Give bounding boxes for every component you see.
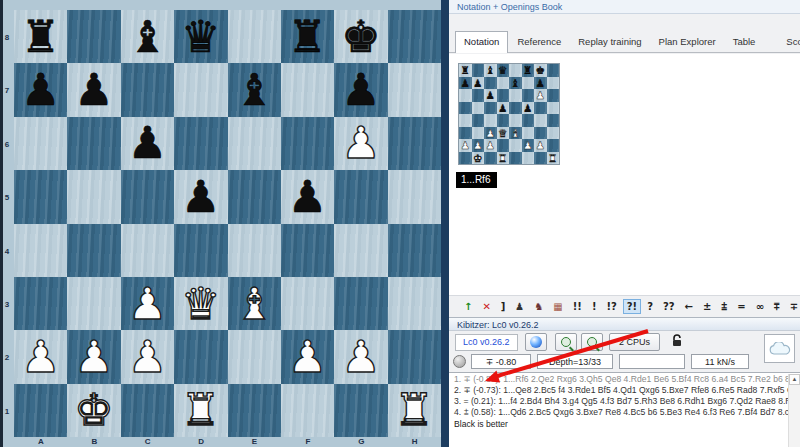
black-king[interactable]: ♚ [341,15,380,59]
square-e7[interactable]: ♝ [228,63,281,116]
square-c4[interactable] [121,224,174,277]
file-label-A: A [14,437,68,446]
annotation-icon-11[interactable]: ?? [660,300,678,313]
white-pawn: ♟ [473,140,482,151]
notation-content[interactable]: ♜♝♛♜♚♟♟♝♟♟♟♟♟♟♛♝♟♟♟♟♟♚♜♜ 1...Rf6 [449,54,800,295]
rank-label-4: 4 [0,247,14,256]
white-bishop[interactable]: ♝ [234,282,273,326]
square-g8: ♚ [534,64,547,77]
square-f2: ♟ [522,139,535,152]
square-h5 [547,102,560,115]
square-b1: ♚ [472,152,485,165]
black-king: ♚ [536,65,545,76]
square-f6[interactable] [281,117,334,170]
white-rook: ♜ [548,153,557,164]
white-pawn: ♟ [486,140,495,151]
white-pawn[interactable]: ♟ [128,282,167,326]
annotation-icon-17[interactable]: ⩱ [771,300,783,314]
black-rook[interactable]: ♜ [21,15,60,59]
black-pawn: ♟ [461,78,470,89]
speed-box: 11 kN/s [691,354,749,369]
black-pawn: ♟ [498,103,507,114]
tab-strip: NotationReferenceReplay trainingPlan Exp… [449,14,800,53]
black-pawn[interactable]: ♟ [181,175,220,219]
white-pawn[interactable]: ♟ [288,335,327,379]
square-b4 [472,114,485,127]
square-d6[interactable] [174,117,227,170]
engine-line-2[interactable]: 2. ∓ (-0.73): 1...Qe8 2.Bc5 f4 3.Rde1 Bf… [449,384,800,395]
square-h7[interactable] [388,63,441,116]
chessbase-window: { "game": "chess", "position": "r1bq1rk1… [0,0,800,447]
engine-cloud-button[interactable] [764,334,795,363]
magnifier-icon [587,337,597,347]
file-label-E: E [228,437,282,446]
square-b3[interactable] [67,277,120,330]
white-king[interactable]: ♚ [74,388,113,432]
black-pawn[interactable]: ♟ [21,68,60,112]
current-move-badge[interactable]: 1...Rf6 [456,172,497,188]
square-f8: ♜ [522,64,535,77]
square-e6[interactable] [228,117,281,170]
annotation-icon-8[interactable]: !? [603,300,619,313]
file-label-C: C [121,437,175,446]
square-e3: ♝ [509,127,522,140]
magnifier-icon [561,337,571,347]
square-d4 [497,114,510,127]
square-d8: ♛ [497,64,510,77]
square-d4[interactable] [174,224,227,277]
engine-sphere-icon [530,336,542,348]
annotation-icon-2[interactable]: ] [498,300,509,313]
square-g1 [534,152,547,165]
square-e8[interactable] [228,10,281,63]
square-a6[interactable] [14,117,67,170]
square-c3: ♟ [484,127,497,140]
square-f2[interactable]: ♟ [281,330,334,383]
square-b5[interactable] [67,170,120,223]
square-h3[interactable] [388,277,441,330]
white-pawn: ♟ [461,140,470,151]
annotation-icon-12[interactable]: ← [682,300,696,313]
engine-line-4[interactable]: 4. ⩲ (0.58): 1...Qd6 2.Bc5 Qxg6 3.Bxe7 R… [449,406,800,418]
square-b6[interactable] [67,117,120,170]
square-e1 [509,152,522,165]
square-g4[interactable] [334,224,387,277]
engine-name-tab[interactable]: Lc0 v0.26.2 [455,334,518,351]
square-a3 [459,127,472,140]
notation-diagram-board: ♜♝♛♜♚♟♟♝♟♟♟♟♟♟♛♝♟♟♟♟♟♚♜♜ [458,63,560,165]
square-f4 [522,114,535,127]
square-d7[interactable] [174,63,227,116]
square-a5[interactable] [14,170,67,223]
square-f1[interactable] [281,384,334,437]
annotation-icon-7[interactable]: ! [589,300,600,313]
square-c3[interactable]: ♟ [121,277,174,330]
square-g1[interactable] [334,384,387,437]
square-c2[interactable]: ♟ [121,330,174,383]
cpu-count-button[interactable]: 2 CPUs [609,333,660,351]
white-pawn[interactable]: ♟ [21,335,60,379]
black-bishop[interactable]: ♝ [234,68,273,112]
annotation-icon-16[interactable]: ∞ [753,300,767,313]
white-queen[interactable]: ♛ [181,282,220,326]
black-bishop[interactable]: ♝ [128,15,167,59]
black-pawn[interactable]: ♟ [288,175,327,219]
square-f7[interactable] [281,63,334,116]
square-a2: ♟ [459,139,472,152]
black-rook: ♜ [461,65,470,76]
square-a8[interactable]: ♜ [14,10,67,63]
square-f8[interactable]: ♜ [281,10,334,63]
lock-icon[interactable] [671,334,683,352]
square-f7 [522,77,535,90]
square-c5[interactable] [121,170,174,223]
rank-label-6: 6 [0,140,14,149]
square-g2: ♟ [534,139,547,152]
square-a6 [459,89,472,102]
square-h8[interactable] [388,10,441,63]
square-d8[interactable]: ♛ [174,10,227,63]
annotation-icon-5[interactable]: ▦ [550,300,565,313]
black-queen[interactable]: ♛ [181,15,220,59]
square-f3 [522,127,535,140]
white-bishop: ♝ [511,128,520,139]
notation-panel: Notation + Openings Book NotationReferen… [449,0,800,447]
engine-scrollbar[interactable]: ▲ [788,374,800,447]
black-pawn[interactable]: ♟ [341,68,380,112]
black-rook: ♜ [523,65,532,76]
window-edge [0,0,3,447]
engine-line-1[interactable]: 1. ∓ (-0.80): 1...Rf6 2.Qe2 Rxg6 3.Qh5 Q… [449,373,800,384]
square-h5[interactable] [388,170,441,223]
square-e7: ♝ [509,77,522,90]
square-a7[interactable]: ♟ [14,63,67,116]
square-f5: ♟ [522,102,535,115]
annotation-icon-18[interactable]: ∓ [787,300,800,313]
square-d1[interactable]: ♜ [174,384,227,437]
white-rook[interactable]: ♜ [395,388,434,432]
black-queen: ♛ [498,65,507,76]
engine-status-led[interactable] [453,355,466,368]
annotation-icon-14[interactable]: ⩲ [718,300,730,314]
file-label-H: H [388,437,442,446]
tab-plan-explorer[interactable]: Plan Explorer [651,32,724,52]
square-h2 [547,139,560,152]
square-g6: ♟ [534,89,547,102]
annotation-icon-9[interactable]: ?! [624,300,640,313]
evaluation-box: ∓ -0.80 [471,354,531,369]
square-f5[interactable]: ♟ [281,170,334,223]
black-pawn: ♟ [473,78,482,89]
file-label-G: G [334,437,388,446]
white-pawn: ♟ [486,128,495,139]
square-c5 [484,102,497,115]
rank-label-7: 7 [0,86,14,95]
square-a3[interactable] [14,277,67,330]
square-e2[interactable] [228,330,281,383]
black-pawn[interactable]: ♟ [128,121,167,165]
square-h7 [547,77,560,90]
black-pawn: ♟ [523,103,532,114]
annotation-icon-1[interactable]: ✕ [479,300,493,313]
square-g4 [534,114,547,127]
square-h6 [547,89,560,102]
square-d6 [497,89,510,102]
square-e4[interactable] [228,224,281,277]
scroll-up-arrow[interactable]: ▲ [789,374,800,385]
file-label-B: B [67,437,121,446]
square-a1 [459,152,472,165]
square-c7[interactable] [121,63,174,116]
square-b8[interactable] [67,10,120,63]
annotation-icon-15[interactable]: = [734,300,748,313]
square-b3 [472,127,485,140]
square-h4[interactable] [388,224,441,277]
white-pawn[interactable]: ♟ [128,335,167,379]
square-a1[interactable] [14,384,67,437]
white-pawn: ♟ [536,140,545,151]
kibitzer-controls: Lc0 v0.26.2 2 CPUs ∓ -0.80 Depth=13/33 1… [449,332,800,372]
annotation-icon-3[interactable]: ♟ [512,300,527,313]
square-a4 [459,114,472,127]
square-b8 [472,64,485,77]
engine-logo-button[interactable] [525,333,547,351]
square-g5 [534,102,547,115]
file-label-F: F [281,437,335,446]
square-c7 [484,77,497,90]
black-pawn: ♟ [486,90,495,101]
black-pawn: ♟ [536,78,545,89]
annotation-icon-13[interactable]: ± [700,300,714,313]
white-pawn[interactable]: ♟ [74,335,113,379]
square-h4 [547,114,560,127]
square-g7[interactable]: ♟ [334,63,387,116]
square-e6 [509,89,522,102]
square-g7: ♟ [534,77,547,90]
square-g6[interactable]: ♟ [334,117,387,170]
square-h2[interactable] [388,330,441,383]
rank-label-2: 2 [0,353,14,362]
tab-score-sheet[interactable]: Score sheet [778,32,800,52]
square-b6 [472,89,485,102]
white-king: ♚ [473,153,482,164]
black-bishop: ♝ [486,65,495,76]
square-h3 [547,127,560,140]
engine-status-text: Black is better [449,418,800,429]
square-e4 [509,114,522,127]
tab-notation[interactable]: Notation [455,31,508,53]
square-c8: ♝ [484,64,497,77]
cloud-icon [769,342,791,356]
kibitzer-titlebar: Kibitzer: Lc0 v0.26.2 [449,317,800,331]
square-e5[interactable] [228,170,281,223]
square-a7: ♟ [459,77,472,90]
rank-label-3: 3 [0,300,14,309]
square-b7: ♟ [472,77,485,90]
square-f6 [522,89,535,102]
white-queen: ♛ [498,128,507,139]
square-e3[interactable]: ♝ [228,277,281,330]
square-h8 [547,64,560,77]
square-b2[interactable]: ♟ [67,330,120,383]
square-b4[interactable] [67,224,120,277]
white-rook: ♜ [498,153,507,164]
depth-box: Depth=13/33 [537,354,613,369]
annotation-icon-0[interactable]: ↑ [461,300,475,313]
square-h1: ♜ [547,152,560,165]
board-region: ♜♝♛♜♚♟♟♝♟♟♟♟♟♟♛♝♟♟♟♟♟♚♜♜ 87654321 ABCDEF… [0,0,441,447]
tab-reference[interactable]: Reference [509,32,569,52]
analysis-button-2[interactable] [581,333,603,351]
square-f4[interactable] [281,224,334,277]
square-d3: ♛ [497,127,510,140]
square-c1 [484,152,497,165]
square-c1[interactable] [121,384,174,437]
square-b2: ♟ [472,139,485,152]
progress-box [619,354,685,369]
black-bishop: ♝ [511,78,520,89]
square-g8[interactable]: ♚ [334,10,387,63]
square-c2: ♟ [484,139,497,152]
square-g3[interactable] [334,277,387,330]
square-a2[interactable]: ♟ [14,330,67,383]
square-a8: ♜ [459,64,472,77]
white-pawn: ♟ [536,90,545,101]
square-d5[interactable]: ♟ [174,170,227,223]
square-c8[interactable]: ♝ [121,10,174,63]
file-label-D: D [174,437,228,446]
engine-line-3[interactable]: 3. = (0.21): 1...f4 2.Bd4 Bh4 3.g4 Qg5 4… [449,395,800,406]
analysis-button-1[interactable] [555,333,577,351]
square-d1: ♜ [497,152,510,165]
annotation-icon-4[interactable]: ♞ [531,300,546,313]
square-d2[interactable] [174,330,227,383]
square-d3[interactable]: ♛ [174,277,227,330]
square-b1[interactable]: ♚ [67,384,120,437]
square-c6[interactable]: ♟ [121,117,174,170]
square-g5[interactable] [334,170,387,223]
square-d5: ♟ [497,102,510,115]
square-d7 [497,77,510,90]
square-e5 [509,102,522,115]
square-a4[interactable] [14,224,67,277]
square-g3 [534,127,547,140]
white-rook[interactable]: ♜ [181,388,220,432]
white-pawn[interactable]: ♟ [341,121,380,165]
rank-label-8: 8 [0,33,14,42]
square-e8 [509,64,522,77]
white-pawn[interactable]: ♟ [341,335,380,379]
square-h1[interactable]: ♜ [388,384,441,437]
square-f1 [522,152,535,165]
black-pawn[interactable]: ♟ [74,68,113,112]
square-c6: ♟ [484,89,497,102]
white-pawn: ♟ [523,140,532,151]
square-h6[interactable] [388,117,441,170]
panel-divider[interactable] [441,0,449,447]
square-e1[interactable] [228,384,281,437]
annotation-icon-6[interactable]: !! [570,300,585,313]
square-e2 [509,139,522,152]
square-b5 [472,102,485,115]
annotation-icon-10[interactable]: ? [644,300,656,313]
tab-replay-training[interactable]: Replay training [570,32,649,52]
engine-output-pane: 1. ∓ (-0.80): 1...Rf6 2.Qe2 Rxg6 3.Qh5 Q… [449,372,800,447]
square-f3[interactable] [281,277,334,330]
square-g2[interactable]: ♟ [334,330,387,383]
square-c4 [484,114,497,127]
rank-label-1: 1 [0,407,14,416]
square-a5 [459,102,472,115]
tab-table[interactable]: Table [725,32,764,52]
chess-board[interactable]: ♜♝♛♜♚♟♟♝♟♟♟♟♟♟♛♝♟♟♟♟♟♚♜♜ [14,10,441,437]
square-d2 [497,139,510,152]
panel-title: Notation + Openings Book [449,0,800,14]
black-rook[interactable]: ♜ [288,15,327,59]
square-b7[interactable]: ♟ [67,63,120,116]
annotation-toolbar: ↑✕]♟♞▦!!!!??!???←±⩲=∞⩱∓⇆→⇄✎ [449,295,800,317]
rank-label-5: 5 [0,193,14,202]
